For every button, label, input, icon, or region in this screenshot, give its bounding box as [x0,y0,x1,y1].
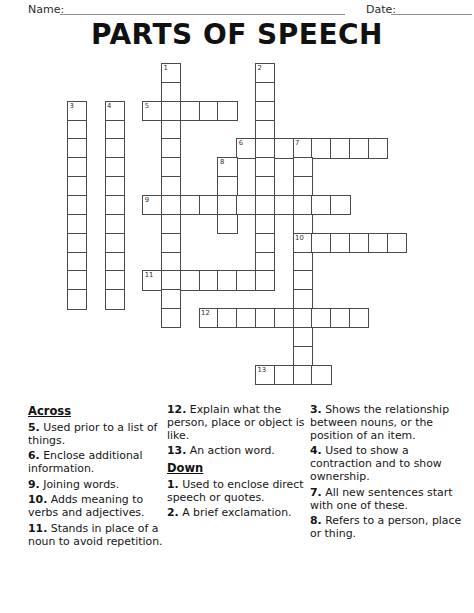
clue-number-5: 5. [28,421,40,434]
clue-item-7: 7. All new sentences start with one of t… [310,487,470,513]
crossword-grid: 12345678910111213 [67,63,406,384]
cell-number-3: 3 [70,102,74,110]
cell-r12-c5[interactable] [161,289,181,309]
clue-column-1: Across5. Used prior to a list of things.… [28,404,165,551]
cell-r9-c13[interactable] [311,233,331,253]
cell-r8-c5[interactable] [161,214,181,234]
cell-r13-c15[interactable] [349,308,369,328]
cell-r12-c0[interactable] [67,289,87,309]
cell-r4-c14[interactable] [330,138,350,158]
cell-r4-c16[interactable] [368,138,388,158]
clue-number-1: 1. [167,478,179,491]
cell-r6-c5[interactable] [161,176,181,196]
cell-r7-c0[interactable] [67,195,87,215]
cell-r1-c5[interactable] [161,82,181,102]
date-input-line[interactable] [391,0,472,15]
cell-r2-c8[interactable] [217,101,237,121]
cell-r4-c15[interactable] [349,138,369,158]
cell-r5-c10[interactable] [255,157,275,177]
cell-r2-c5[interactable] [161,101,181,121]
clue-item-8: 8. Refers to a person, place or thing. [310,515,470,541]
cell-r13-c11[interactable] [274,308,294,328]
cell-r5-c0[interactable] [67,157,87,177]
cell-r9-c12[interactable]: 10 [293,233,313,253]
clue-number-10: 10. [28,493,47,506]
cell-r7-c13[interactable] [311,195,331,215]
cell-r9-c10[interactable] [255,233,275,253]
cell-r7-c10[interactable] [255,195,275,215]
clue-item-5: 5. Used prior to a list of things. [28,422,165,448]
clue-item-11: 11. Stands in place of a noun to avoid r… [28,523,165,549]
cell-number-8: 8 [220,158,224,166]
cell-r2-c2[interactable]: 4 [105,101,125,121]
cell-r3-c10[interactable] [255,120,275,140]
cell-r4-c13[interactable] [311,138,331,158]
clue-number-3: 3. [310,403,322,416]
cell-r8-c12[interactable] [293,214,313,234]
clue-number-11: 11. [28,522,47,535]
cell-r13-c14[interactable] [330,308,350,328]
clue-number-7: 7. [310,486,322,499]
cell-r4-c10[interactable] [255,138,275,158]
cell-r7-c7[interactable] [199,195,219,215]
cell-r13-c13[interactable] [311,308,331,328]
cell-r4-c0[interactable] [67,138,87,158]
cell-r0-c5[interactable]: 1 [161,63,181,83]
cell-r13-c12[interactable] [293,308,313,328]
cell-r7-c2[interactable] [105,195,125,215]
cell-r11-c10[interactable] [255,270,275,290]
cell-r16-c10[interactable]: 13 [255,365,275,385]
cell-r4-c5[interactable] [161,138,181,158]
clue-item-13: 13. An action word. [167,445,308,458]
cell-r9-c16[interactable] [368,233,388,253]
cell-r7-c12[interactable] [293,195,313,215]
cell-r5-c8[interactable]: 8 [217,157,237,177]
cell-r2-c6[interactable] [180,101,200,121]
cell-r8-c0[interactable] [67,214,87,234]
cell-r4-c2[interactable] [105,138,125,158]
clue-item-3: 3. Shows the relationship between nouns,… [310,404,470,443]
cell-r2-c10[interactable] [255,101,275,121]
cell-r8-c10[interactable] [255,214,275,234]
clue-number-2: 2. [167,506,179,519]
worksheet-page: { "game": "crossword", "page": { "name_l… [0,0,474,613]
cell-r7-c9[interactable] [236,195,256,215]
cell-r2-c4[interactable]: 5 [142,101,162,121]
cell-number-5: 5 [145,102,149,110]
cell-r9-c14[interactable] [330,233,350,253]
cell-r6-c0[interactable] [67,176,87,196]
cell-r11-c5[interactable] [161,270,181,290]
cell-number-10: 10 [295,234,304,242]
clue-item-12: 12. Explain what the person, place or ob… [167,404,308,443]
cell-r10-c12[interactable] [293,252,313,272]
cell-r11-c7[interactable] [199,270,219,290]
cell-r3-c0[interactable] [67,120,87,140]
cell-r8-c2[interactable] [105,214,125,234]
clue-number-8: 8. [310,514,322,527]
cell-r16-c11[interactable] [274,365,294,385]
cell-r7-c4[interactable]: 9 [142,195,162,215]
cell-r2-c0[interactable]: 3 [67,101,87,121]
clue-number-9: 9. [28,478,40,491]
cell-number-6: 6 [239,139,243,147]
cell-r14-c12[interactable] [293,327,313,347]
cell-number-13: 13 [258,366,267,374]
clue-item-10: 10. Adds meaning to verbs and adjectives… [28,494,165,520]
page-title: PARTS OF SPEECH [0,18,474,51]
cell-r11-c8[interactable] [217,270,237,290]
cell-r15-c12[interactable] [293,346,313,366]
name-label: Name: [28,3,64,16]
clue-number-6: 6. [28,449,40,462]
cell-r6-c2[interactable] [105,176,125,196]
cell-number-7: 7 [295,139,299,147]
cell-r11-c9[interactable] [236,270,256,290]
cell-number-12: 12 [201,309,210,317]
cell-r11-c4[interactable]: 11 [142,270,162,290]
cell-r3-c5[interactable] [161,120,181,140]
cell-r6-c8[interactable] [217,176,237,196]
cell-r7-c14[interactable] [330,195,350,215]
cell-number-2: 2 [258,64,262,72]
cell-r16-c13[interactable] [311,365,331,385]
cell-r1-c10[interactable] [255,82,275,102]
cell-r4-c11[interactable] [274,138,294,158]
cell-r10-c2[interactable] [105,252,125,272]
cell-r11-c0[interactable] [67,270,87,290]
cell-r10-c5[interactable] [161,252,181,272]
cell-r11-c2[interactable] [105,270,125,290]
name-input-line[interactable] [60,0,345,15]
clue-item-1: 1. Used to enclose direct speech or quot… [167,479,308,505]
cell-number-11: 11 [145,271,154,279]
clue-header-down: Down [167,461,308,475]
cell-r12-c12[interactable] [293,289,313,309]
cell-r7-c5[interactable] [161,195,181,215]
clue-number-12: 12. [167,403,186,416]
cell-r5-c2[interactable] [105,157,125,177]
cell-r9-c5[interactable] [161,233,181,253]
cell-r7-c11[interactable] [274,195,294,215]
clue-column-3: 3. Shows the relationship between nouns,… [310,404,470,544]
cell-r3-c2[interactable] [105,120,125,140]
cell-r9-c17[interactable] [387,233,407,253]
cell-r9-c2[interactable] [105,233,125,253]
cell-r7-c8[interactable] [217,195,237,215]
cell-r4-c9[interactable]: 6 [236,138,256,158]
clue-item-4: 4. Used to show a contraction and to sho… [310,445,470,484]
cell-r7-c6[interactable] [180,195,200,215]
cell-r6-c10[interactable] [255,176,275,196]
cell-r13-c8[interactable] [217,308,237,328]
cell-r13-c9[interactable] [236,308,256,328]
cell-number-9: 9 [145,196,149,204]
cell-r16-c12[interactable] [293,365,313,385]
clue-header-across: Across [28,404,165,418]
cell-r8-c8[interactable] [217,214,237,234]
cell-r10-c0[interactable] [67,252,87,272]
cell-r13-c7[interactable]: 12 [199,308,219,328]
cell-r9-c0[interactable] [67,233,87,253]
cell-r9-c15[interactable] [349,233,369,253]
clue-number-13: 13. [167,444,186,457]
cell-number-1: 1 [164,64,168,72]
cell-r11-c6[interactable] [180,270,200,290]
cell-r6-c12[interactable] [293,176,313,196]
cell-r4-c12[interactable]: 7 [293,138,313,158]
cell-r11-c12[interactable] [293,270,313,290]
cell-r13-c10[interactable] [255,308,275,328]
clue-column-2: 12. Explain what the person, place or ob… [167,404,308,523]
cell-r10-c10[interactable] [255,252,275,272]
cell-r12-c2[interactable] [105,289,125,309]
cell-r13-c5[interactable] [161,308,181,328]
cell-r5-c12[interactable] [293,157,313,177]
clue-item-6: 6. Enclose additional information. [28,450,165,476]
cell-r0-c10[interactable]: 2 [255,63,275,83]
cell-number-4: 4 [107,102,111,110]
clue-item-2: 2. A brief exclamation. [167,507,308,520]
clue-number-4: 4. [310,444,322,457]
cell-r2-c7[interactable] [199,101,219,121]
cell-r5-c5[interactable] [161,157,181,177]
clue-item-9: 9. Joining words. [28,479,165,492]
